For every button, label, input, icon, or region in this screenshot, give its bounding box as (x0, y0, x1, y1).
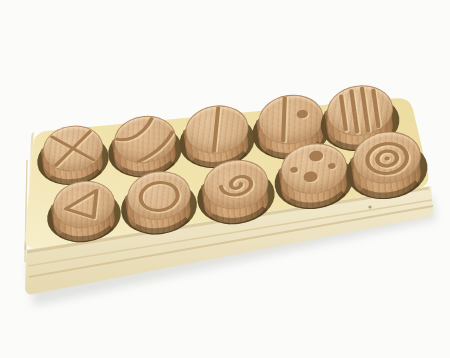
product-photo-scene (0, 0, 450, 358)
cylinder-grid (0, 0, 450, 358)
